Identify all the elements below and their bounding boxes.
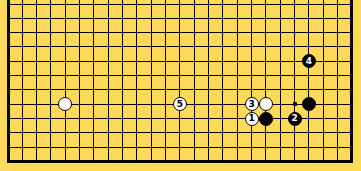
grid-line-v <box>36 0 37 163</box>
grid-line-v <box>251 0 252 163</box>
go-diagram: 53124 <box>0 0 361 171</box>
grid-line-v <box>22 0 23 163</box>
grid-line-v <box>122 0 123 163</box>
grid-line-h <box>7 75 354 76</box>
grid-line-v <box>108 0 109 163</box>
grid-line-v <box>280 0 281 163</box>
grid-line-h <box>7 132 354 133</box>
black-stone[interactable] <box>259 112 273 126</box>
white-stone-move-5[interactable]: 5 <box>173 97 187 111</box>
grid-line-v <box>65 0 66 163</box>
grid-line-h <box>7 18 354 19</box>
grid-line-h <box>7 32 354 33</box>
white-stone-move-3[interactable]: 3 <box>245 97 259 111</box>
board-edge-right <box>350 0 353 163</box>
go-board[interactable]: 53124 <box>0 0 361 171</box>
grid-line-v <box>337 0 338 163</box>
move-number-label: 1 <box>248 114 254 123</box>
grid-line-h <box>7 46 354 47</box>
move-number-label: 4 <box>306 57 312 66</box>
grid-line-v <box>179 0 180 163</box>
grid-line-v <box>294 0 295 163</box>
grid-line-v <box>237 0 238 163</box>
board-edge-left <box>7 0 10 163</box>
white-stone-move-1[interactable]: 1 <box>245 112 259 126</box>
grid-line-v <box>308 0 309 163</box>
grid-line-v <box>151 0 152 163</box>
move-number-label: 5 <box>177 100 183 109</box>
white-stone[interactable] <box>58 97 72 111</box>
grid-line-v <box>136 0 137 163</box>
move-number-label: 2 <box>291 114 297 123</box>
black-stone-move-4[interactable]: 4 <box>302 54 316 68</box>
grid-line-v <box>222 0 223 163</box>
board-edge-bottom <box>7 160 354 163</box>
move-number-label: 3 <box>248 100 254 109</box>
black-stone-move-2[interactable]: 2 <box>288 112 302 126</box>
grid-line-v <box>208 0 209 163</box>
grid-line-h <box>7 4 354 5</box>
grid-line-v <box>50 0 51 163</box>
grid-line-v <box>165 0 166 163</box>
grid-line-v <box>194 0 195 163</box>
grid-line-v <box>93 0 94 163</box>
white-stone[interactable] <box>259 97 273 111</box>
grid-line-v <box>79 0 80 163</box>
grid-line-h <box>7 147 354 148</box>
grid-line-v <box>323 0 324 163</box>
black-stone[interactable] <box>302 97 316 111</box>
star-point <box>293 102 297 106</box>
grid-line-h <box>7 89 354 90</box>
grid-line-v <box>265 0 266 163</box>
